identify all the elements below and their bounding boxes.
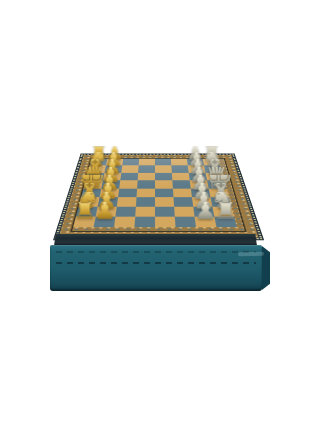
chess-board: ♜♞♝♛♚♝♞♜♟♟♟♟♟♟♟♟♟♟♟♟♟♟♟♟♜♞♝♛♚♝♞♜ [54,154,262,240]
pawn-glyph: ♟ [94,200,116,222]
piece-gold-pawn[interactable]: ♟ [95,202,115,222]
wooden-case [50,245,262,291]
piece-silver-rook[interactable]: ♜ [215,202,235,222]
rook-glyph: ♜ [213,197,238,222]
case-seam [56,251,255,253]
pieces-layer: ♜♞♝♛♚♝♞♜♟♟♟♟♟♟♟♟♟♟♟♟♟♟♟♟♜♞♝♛♚♝♞♜ [72,159,245,231]
embossed-stamp [238,252,264,256]
product-photo: ♜♞♝♛♚♝♞♜♟♟♟♟♟♟♟♟♟♟♟♟♟♟♟♟♜♞♝♛♚♝♞♜ [0,0,310,430]
case-stitching [56,262,255,264]
scene: ♜♞♝♛♚♝♞♜♟♟♟♟♟♟♟♟♟♟♟♟♟♟♟♟♜♞♝♛♚♝♞♜ [0,0,310,430]
piece-gold-rook[interactable]: ♜ [74,202,94,222]
